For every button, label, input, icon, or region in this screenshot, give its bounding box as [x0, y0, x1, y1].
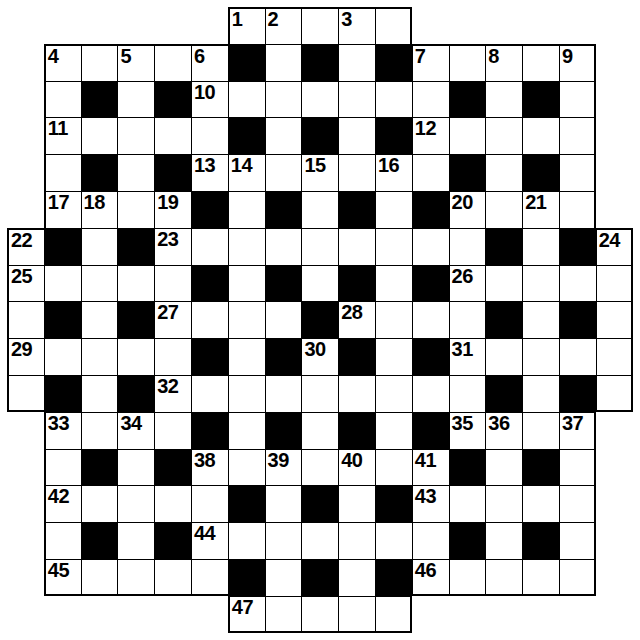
cell-r7c3[interactable] [81, 228, 118, 265]
clue-number-7: 7 [415, 46, 426, 67]
cell-r15c12[interactable] [412, 522, 449, 559]
clue-number-30: 30 [304, 339, 325, 360]
clue-number-15: 15 [304, 155, 325, 176]
cell-r11c12[interactable] [412, 375, 449, 412]
cell-r8c16[interactable] [559, 265, 596, 302]
block-cell-r12c12 [412, 412, 449, 449]
block-cell-r16c11 [375, 559, 412, 596]
cell-r9c6[interactable] [191, 301, 228, 338]
block-cell-r3c5 [154, 81, 191, 118]
cell-r2c5[interactable] [154, 44, 191, 81]
cell-r6c5[interactable]: 19 [154, 191, 191, 228]
cell-r12c15[interactable] [522, 412, 559, 449]
block-cell-r4c11 [375, 117, 412, 154]
block-cell-r5c3 [81, 154, 118, 191]
block-cell-r13c3 [81, 449, 118, 486]
cell-r10c16[interactable] [559, 338, 596, 375]
block-cell-r15c5 [154, 522, 191, 559]
clue-number-11: 11 [48, 118, 68, 139]
cell-r14c4[interactable] [117, 485, 154, 522]
cell-r9c5[interactable]: 27 [154, 301, 191, 338]
cell-r15c7[interactable] [228, 522, 265, 559]
block-cell-r9c14 [485, 301, 522, 338]
cell-r16c6[interactable] [191, 559, 228, 596]
cell-r12c14[interactable]: 36 [485, 412, 522, 449]
cell-r5c2[interactable] [44, 154, 81, 191]
block-cell-r9c16 [559, 301, 596, 338]
cell-r8c1[interactable]: 25 [7, 265, 44, 302]
clue-number-43: 43 [415, 486, 436, 507]
cell-r17c11[interactable] [375, 596, 412, 633]
cell-r2c12[interactable]: 7 [412, 44, 449, 81]
cell-r6c7[interactable] [228, 191, 265, 228]
cell-r11c11[interactable] [375, 375, 412, 412]
block-cell-r14c11 [375, 485, 412, 522]
clue-number-46: 46 [415, 560, 436, 581]
cell-r9c13[interactable] [449, 301, 486, 338]
cell-r15c14[interactable] [485, 522, 522, 559]
cell-r11c3[interactable] [81, 375, 118, 412]
clue-number-5: 5 [120, 46, 131, 67]
cell-r4c2[interactable]: 11 [44, 117, 81, 154]
clue-number-39: 39 [268, 450, 289, 471]
cell-r2c8[interactable] [265, 44, 302, 81]
clue-number-27: 27 [157, 302, 178, 323]
cell-r8c15[interactable] [522, 265, 559, 302]
cell-r12c2[interactable]: 33 [44, 412, 81, 449]
cell-r1c10[interactable]: 3 [338, 7, 375, 44]
cell-r4c14[interactable] [485, 117, 522, 154]
cell-r10c9[interactable]: 30 [301, 338, 338, 375]
clue-number-40: 40 [341, 450, 362, 471]
clue-number-16: 16 [378, 155, 399, 176]
cell-r7c6[interactable] [191, 228, 228, 265]
clue-number-2: 2 [268, 9, 279, 30]
cell-r10c14[interactable] [485, 338, 522, 375]
block-cell-r10c8 [265, 338, 302, 375]
cell-r16c12[interactable]: 46 [412, 559, 449, 596]
cell-r14c10[interactable] [338, 485, 375, 522]
cell-r3c7[interactable] [228, 81, 265, 118]
cell-r11c9[interactable] [301, 375, 338, 412]
cell-r5c4[interactable] [117, 154, 154, 191]
cell-r4c5[interactable] [154, 117, 191, 154]
cell-r11c17[interactable] [596, 375, 633, 412]
cell-r2c16[interactable]: 9 [559, 44, 596, 81]
clue-number-19: 19 [157, 192, 178, 213]
clue-number-21: 21 [525, 192, 546, 213]
cell-r10c1[interactable]: 29 [7, 338, 44, 375]
cell-r17c8[interactable] [265, 596, 302, 633]
cell-r11c10[interactable] [338, 375, 375, 412]
cell-r9c17[interactable] [596, 301, 633, 338]
crossword-board: 1234567891011121314151617181920212223242… [7, 7, 633, 633]
cell-r13c12[interactable]: 41 [412, 449, 449, 486]
block-cell-r11c2 [44, 375, 81, 412]
clue-number-10: 10 [194, 82, 215, 103]
cell-r13c9[interactable] [301, 449, 338, 486]
cell-r11c5[interactable]: 32 [154, 375, 191, 412]
cell-r15c9[interactable] [301, 522, 338, 559]
clue-number-28: 28 [341, 302, 362, 323]
block-cell-r11c14 [485, 375, 522, 412]
cell-r9c1[interactable] [7, 301, 44, 338]
cell-r6c9[interactable] [301, 191, 338, 228]
cell-r3c14[interactable] [485, 81, 522, 118]
clue-number-25: 25 [11, 266, 32, 287]
cell-r17c10[interactable] [338, 596, 375, 633]
block-cell-r13c15 [522, 449, 559, 486]
cell-r8c14[interactable] [485, 265, 522, 302]
clue-number-33: 33 [48, 413, 69, 434]
cell-r12c9[interactable] [301, 412, 338, 449]
cell-r6c15[interactable]: 21 [522, 191, 559, 228]
cell-r11c13[interactable] [449, 375, 486, 412]
cell-r12c16[interactable]: 37 [559, 412, 596, 449]
cell-r11c8[interactable] [265, 375, 302, 412]
cell-r4c12[interactable]: 12 [412, 117, 449, 154]
cell-r15c11[interactable] [375, 522, 412, 559]
clue-number-36: 36 [488, 413, 509, 434]
cell-r17c7[interactable]: 47 [228, 596, 265, 633]
cell-r13c16[interactable] [559, 449, 596, 486]
cell-r13c2[interactable] [44, 449, 81, 486]
clue-number-13: 13 [194, 155, 215, 176]
cell-r3c12[interactable] [412, 81, 449, 118]
cell-r7c11[interactable] [375, 228, 412, 265]
cell-r13c6[interactable]: 38 [191, 449, 228, 486]
block-cell-r12c6 [191, 412, 228, 449]
block-cell-r16c7 [228, 559, 265, 596]
cell-r1c9[interactable] [301, 7, 338, 44]
cell-r15c16[interactable] [559, 522, 596, 559]
clue-number-41: 41 [415, 450, 436, 471]
block-cell-r8c8 [265, 265, 302, 302]
block-cell-r4c7 [228, 117, 265, 154]
clue-number-47: 47 [232, 597, 253, 618]
cell-r1c7[interactable]: 1 [228, 7, 265, 44]
block-cell-r14c9 [301, 485, 338, 522]
cell-r4c13[interactable] [449, 117, 486, 154]
cell-r4c10[interactable] [338, 117, 375, 154]
block-cell-r15c13 [449, 522, 486, 559]
cell-r16c2[interactable]: 45 [44, 559, 81, 596]
cell-r15c2[interactable] [44, 522, 81, 559]
cell-r2c3[interactable] [81, 44, 118, 81]
cell-r7c15[interactable] [522, 228, 559, 265]
cell-r2c2[interactable]: 4 [44, 44, 81, 81]
clue-number-45: 45 [48, 560, 69, 581]
cell-r3c6[interactable]: 10 [191, 81, 228, 118]
cell-r1c8[interactable]: 2 [265, 7, 302, 44]
cell-r6c16[interactable] [559, 191, 596, 228]
cell-r3c8[interactable] [265, 81, 302, 118]
cell-r4c16[interactable] [559, 117, 596, 154]
cell-r7c17[interactable]: 24 [596, 228, 633, 265]
block-cell-r3c3 [81, 81, 118, 118]
cell-r12c7[interactable] [228, 412, 265, 449]
cell-r16c8[interactable] [265, 559, 302, 596]
cell-r14c3[interactable] [81, 485, 118, 522]
cell-r9c15[interactable] [522, 301, 559, 338]
clue-number-37: 37 [562, 413, 583, 434]
block-cell-r11c4 [117, 375, 154, 412]
cell-r9c3[interactable] [81, 301, 118, 338]
block-cell-r2c7 [228, 44, 265, 81]
clue-number-44: 44 [194, 523, 215, 544]
cell-r4c4[interactable] [117, 117, 154, 154]
cell-r6c2[interactable]: 17 [44, 191, 81, 228]
cell-r10c17[interactable] [596, 338, 633, 375]
cell-r7c10[interactable] [338, 228, 375, 265]
cell-r5c8[interactable] [265, 154, 302, 191]
block-cell-r10c10 [338, 338, 375, 375]
cell-r9c12[interactable] [412, 301, 449, 338]
block-cell-r4c9 [301, 117, 338, 154]
cell-r5c7[interactable]: 14 [228, 154, 265, 191]
block-cell-r12c8 [265, 412, 302, 449]
cell-r8c5[interactable] [154, 265, 191, 302]
cell-r16c10[interactable] [338, 559, 375, 596]
cell-r8c13[interactable]: 26 [449, 265, 486, 302]
block-cell-r3c13 [449, 81, 486, 118]
cell-r10c7[interactable] [228, 338, 265, 375]
cell-r2c13[interactable] [449, 44, 486, 81]
clue-number-23: 23 [157, 229, 178, 250]
cell-r5c6[interactable]: 13 [191, 154, 228, 191]
cell-r11c7[interactable] [228, 375, 265, 412]
clue-number-1: 1 [232, 9, 243, 30]
cell-r14c2[interactable]: 42 [44, 485, 81, 522]
cell-r14c6[interactable] [191, 485, 228, 522]
cell-r9c8[interactable] [265, 301, 302, 338]
block-cell-r13c5 [154, 449, 191, 486]
cell-r5c14[interactable] [485, 154, 522, 191]
cell-r16c5[interactable] [154, 559, 191, 596]
cell-r4c6[interactable] [191, 117, 228, 154]
cell-r3c10[interactable] [338, 81, 375, 118]
clue-number-12: 12 [415, 118, 436, 139]
cell-r12c11[interactable] [375, 412, 412, 449]
clue-number-20: 20 [452, 192, 473, 213]
clue-number-34: 34 [120, 413, 141, 434]
block-cell-r6c8 [265, 191, 302, 228]
clue-number-8: 8 [488, 46, 499, 67]
block-cell-r12c10 [338, 412, 375, 449]
cell-r12c13[interactable]: 35 [449, 412, 486, 449]
cell-r17c9[interactable] [301, 596, 338, 633]
cell-r4c15[interactable] [522, 117, 559, 154]
clue-number-29: 29 [11, 339, 32, 360]
cell-r3c4[interactable] [117, 81, 154, 118]
cell-r1c11[interactable] [375, 7, 412, 44]
block-cell-r8c10 [338, 265, 375, 302]
block-cell-r10c6 [191, 338, 228, 375]
block-cell-r7c4 [117, 228, 154, 265]
block-cell-r5c5 [154, 154, 191, 191]
block-cell-r13c13 [449, 449, 486, 486]
cell-r11c15[interactable] [522, 375, 559, 412]
cell-r13c4[interactable] [117, 449, 154, 486]
clue-number-3: 3 [341, 9, 352, 30]
block-cell-r5c15 [522, 154, 559, 191]
cell-r6c4[interactable] [117, 191, 154, 228]
cell-r4c8[interactable] [265, 117, 302, 154]
cell-r15c10[interactable] [338, 522, 375, 559]
cell-r10c4[interactable] [117, 338, 154, 375]
clue-number-42: 42 [48, 486, 69, 507]
clue-number-22: 22 [11, 230, 32, 251]
cell-r7c12[interactable] [412, 228, 449, 265]
cell-r2c15[interactable] [522, 44, 559, 81]
cell-r11c1[interactable] [7, 375, 44, 412]
cell-r6c13[interactable]: 20 [449, 191, 486, 228]
cell-r7c1[interactable]: 22 [7, 228, 44, 265]
cell-r2c14[interactable]: 8 [485, 44, 522, 81]
cell-r15c8[interactable] [265, 522, 302, 559]
block-cell-r2c9 [301, 44, 338, 81]
clue-number-26: 26 [452, 266, 473, 287]
cell-r13c10[interactable]: 40 [338, 449, 375, 486]
block-cell-r9c9 [301, 301, 338, 338]
block-cell-r11c16 [559, 375, 596, 412]
cell-r15c6[interactable]: 44 [191, 522, 228, 559]
cell-r10c3[interactable] [81, 338, 118, 375]
cell-r5c16[interactable] [559, 154, 596, 191]
cell-r8c11[interactable] [375, 265, 412, 302]
cell-r14c12[interactable]: 43 [412, 485, 449, 522]
cell-r2c4[interactable]: 5 [117, 44, 154, 81]
cell-r13c7[interactable] [228, 449, 265, 486]
block-cell-r6c12 [412, 191, 449, 228]
cell-r2c6[interactable]: 6 [191, 44, 228, 81]
cell-r3c11[interactable] [375, 81, 412, 118]
cell-r14c14[interactable] [485, 485, 522, 522]
cell-r14c15[interactable] [522, 485, 559, 522]
block-cell-r7c2 [44, 228, 81, 265]
cell-r12c3[interactable] [81, 412, 118, 449]
cell-r7c9[interactable] [301, 228, 338, 265]
cell-r10c2[interactable] [44, 338, 81, 375]
cell-r5c12[interactable] [412, 154, 449, 191]
block-cell-r5c13 [449, 154, 486, 191]
cell-r8c4[interactable] [117, 265, 154, 302]
clue-number-9: 9 [562, 46, 573, 67]
cell-r16c15[interactable] [522, 559, 559, 596]
cell-r12c5[interactable] [154, 412, 191, 449]
cell-r7c7[interactable] [228, 228, 265, 265]
cell-r7c8[interactable] [265, 228, 302, 265]
block-cell-r3c15 [522, 81, 559, 118]
cell-r4c3[interactable] [81, 117, 118, 154]
clue-number-17: 17 [48, 192, 69, 213]
block-cell-r15c15 [522, 522, 559, 559]
cell-r15c4[interactable] [117, 522, 154, 559]
cell-r9c11[interactable] [375, 301, 412, 338]
cell-r8c3[interactable] [81, 265, 118, 302]
cell-r8c7[interactable] [228, 265, 265, 302]
cell-r10c5[interactable] [154, 338, 191, 375]
cell-r16c14[interactable] [485, 559, 522, 596]
cell-r9c7[interactable] [228, 301, 265, 338]
cell-r10c15[interactable] [522, 338, 559, 375]
cell-r14c16[interactable] [559, 485, 596, 522]
clue-number-38: 38 [194, 450, 215, 471]
cell-r14c13[interactable] [449, 485, 486, 522]
cell-r16c13[interactable] [449, 559, 486, 596]
cell-r8c2[interactable] [44, 265, 81, 302]
cell-r3c2[interactable] [44, 81, 81, 118]
clue-number-6: 6 [194, 46, 205, 67]
cell-r8c17[interactable] [596, 265, 633, 302]
cell-r13c11[interactable] [375, 449, 412, 486]
cell-r2c10[interactable] [338, 44, 375, 81]
cell-r6c3[interactable]: 18 [81, 191, 118, 228]
cell-r16c4[interactable] [117, 559, 154, 596]
cell-r8c9[interactable] [301, 265, 338, 302]
block-cell-r16c9 [301, 559, 338, 596]
cell-r10c13[interactable]: 31 [449, 338, 486, 375]
clue-number-14: 14 [231, 155, 252, 176]
cell-r13c8[interactable]: 39 [265, 449, 302, 486]
block-cell-r9c2 [44, 301, 81, 338]
cell-r3c16[interactable] [559, 81, 596, 118]
cell-r12c4[interactable]: 34 [117, 412, 154, 449]
block-cell-r14c7 [228, 485, 265, 522]
cell-r5c9[interactable]: 15 [301, 154, 338, 191]
cell-r5c10[interactable] [338, 154, 375, 191]
cell-r7c13[interactable] [449, 228, 486, 265]
clue-number-4: 4 [48, 46, 59, 67]
cell-r6c11[interactable] [375, 191, 412, 228]
cell-r11c6[interactable] [191, 375, 228, 412]
block-cell-r7c16 [559, 228, 596, 265]
block-cell-r15c3 [81, 522, 118, 559]
clue-number-24: 24 [599, 230, 620, 251]
clue-number-31: 31 [452, 339, 473, 360]
block-cell-r9c4 [117, 301, 154, 338]
cell-r9c10[interactable]: 28 [338, 301, 375, 338]
cell-r7c5[interactable]: 23 [154, 228, 191, 265]
block-cell-r6c6 [191, 191, 228, 228]
cell-r10c11[interactable] [375, 338, 412, 375]
block-cell-r2c11 [375, 44, 412, 81]
block-cell-r8c12 [412, 265, 449, 302]
block-cell-r6c10 [338, 191, 375, 228]
cell-r16c3[interactable] [81, 559, 118, 596]
cell-r6c14[interactable] [485, 191, 522, 228]
cell-r3c9[interactable] [301, 81, 338, 118]
clue-number-18: 18 [84, 192, 105, 213]
block-cell-r10c12 [412, 338, 449, 375]
cell-r14c5[interactable] [154, 485, 191, 522]
clue-number-35: 35 [452, 413, 473, 434]
block-cell-r7c14 [485, 228, 522, 265]
cell-r5c11[interactable]: 16 [375, 154, 412, 191]
cell-r13c14[interactable] [485, 449, 522, 486]
cell-r14c8[interactable] [265, 485, 302, 522]
cell-r16c16[interactable] [559, 559, 596, 596]
clue-number-32: 32 [157, 376, 178, 397]
block-cell-r8c6 [191, 265, 228, 302]
